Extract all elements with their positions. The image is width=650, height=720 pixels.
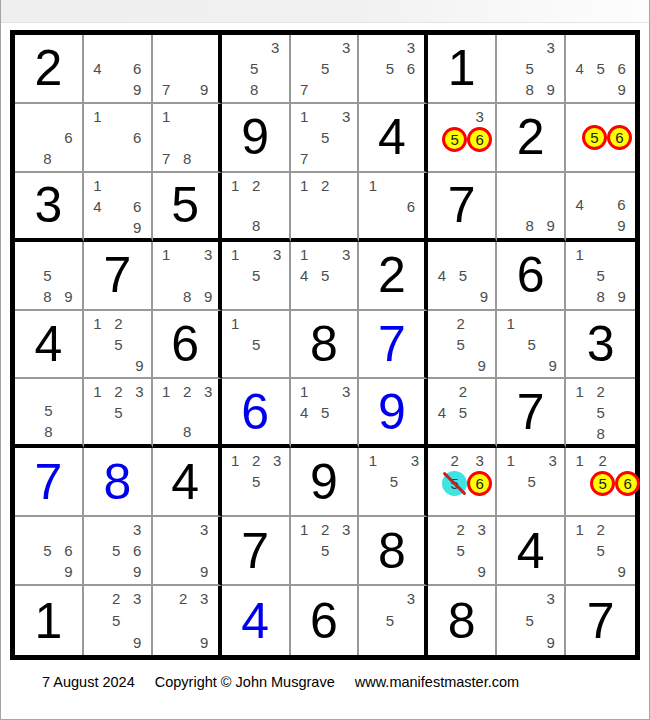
cell-r2c3[interactable]: 178 <box>153 104 222 173</box>
candidate-6: 6 <box>58 127 79 148</box>
candidate-3: 3 <box>336 106 357 127</box>
candidate-grid: 35 <box>359 586 424 655</box>
candidate-2: 2 <box>450 519 471 540</box>
candidate-grid: 469 <box>84 35 151 102</box>
given-digit: 4 <box>35 319 63 369</box>
cell-r6c6[interactable]: 9 <box>359 379 428 448</box>
candidate-1: 1 <box>294 175 315 196</box>
cell-r3c8[interactable]: 89 <box>497 173 566 242</box>
candidate-9: 9 <box>611 79 632 100</box>
candidate-6: 6 <box>127 540 148 561</box>
candidate-4: 4 <box>87 58 108 79</box>
solved-digit: 8 <box>103 457 131 507</box>
candidate-5: 5 <box>450 540 471 561</box>
candidate-8: 8 <box>177 286 198 307</box>
candidate-grid: 135 <box>222 242 289 309</box>
candidate-9: 9 <box>471 355 492 376</box>
candidate-1: 1 <box>156 381 177 402</box>
candidate-grid: 459 <box>428 242 495 309</box>
cell-r4c5[interactable]: 1345 <box>291 242 360 311</box>
candidate-1: 1 <box>87 175 108 196</box>
candidate-grid: 1259 <box>84 311 151 378</box>
candidate-5: 5 <box>383 471 404 492</box>
candidate-grid: 135 <box>359 448 424 515</box>
candidate-9: 9 <box>611 286 632 307</box>
solved-digit: 7 <box>378 319 406 369</box>
cell-r6c1[interactable]: 58 <box>15 379 84 448</box>
cell-r4c1[interactable]: 589 <box>15 242 84 311</box>
cell-r1c2[interactable]: 469 <box>84 35 153 104</box>
candidate-grid: 3589 <box>497 35 564 102</box>
cell-r5c8[interactable]: 159 <box>497 311 566 380</box>
candidate-8: 8 <box>244 79 265 100</box>
cell-r8c5[interactable]: 1235 <box>291 517 360 586</box>
cell-r7c8[interactable]: 135 <box>497 448 566 517</box>
candidate-6-yellow: 6 <box>467 471 492 496</box>
cell-r2c4[interactable]: 9 <box>222 104 291 173</box>
candidate-5: 5 <box>315 265 336 286</box>
given-digit: 3 <box>35 180 63 230</box>
candidate-5: 5 <box>106 540 127 561</box>
cell-r6c8[interactable]: 7 <box>497 379 566 448</box>
cell-r4c3[interactable]: 1389 <box>153 242 222 311</box>
candidate-6-yellow: 6 <box>467 127 492 152</box>
cell-r2c7[interactable]: 356 <box>428 104 497 173</box>
given-digit: 7 <box>448 180 476 230</box>
given-digit: 7 <box>241 526 269 576</box>
candidate-2: 2 <box>173 588 194 609</box>
cell-r9c1[interactable]: 1 <box>15 586 84 655</box>
cell-r6c5[interactable]: 1345 <box>291 379 360 448</box>
candidate-5: 5 <box>37 265 58 286</box>
cell-r9c9[interactable]: 7 <box>566 586 635 655</box>
candidate-1: 1 <box>569 244 590 265</box>
candidate-grid: 159 <box>497 311 564 378</box>
given-digit: 7 <box>517 387 545 437</box>
candidate-grid: 135 <box>497 448 564 515</box>
candidate-5: 5 <box>519 58 540 79</box>
candidate-9: 9 <box>611 215 632 236</box>
candidate-1: 1 <box>225 313 246 334</box>
candidate-grid: 3569 <box>84 517 151 584</box>
cell-r6c2[interactable]: 1235 <box>84 379 153 448</box>
candidate-8: 8 <box>177 148 198 169</box>
candidate-9: 9 <box>540 79 561 100</box>
given-digit: 2 <box>35 43 63 93</box>
candidate-1: 1 <box>569 381 590 402</box>
candidate-8: 8 <box>590 286 611 307</box>
candidate-5: 5 <box>108 334 129 355</box>
candidate-5: 5 <box>590 58 611 79</box>
candidate-6: 6 <box>400 196 421 217</box>
footer-copyright: Copyright © John Musgrave <box>155 674 335 690</box>
candidate-2: 2 <box>315 175 336 196</box>
candidate-2: 2 <box>590 381 611 402</box>
candidate-grid: 39 <box>153 517 218 584</box>
candidate-grid: 12 <box>291 173 358 238</box>
solved-digit: 4 <box>241 596 269 646</box>
given-digit: 9 <box>310 457 338 507</box>
candidate-grid: 1238 <box>153 379 218 444</box>
cell-r7c9[interactable]: 1256 <box>566 448 635 517</box>
candidate-3: 3 <box>267 450 288 471</box>
candidate-grid: 68 <box>15 104 82 171</box>
candidate-6: 6 <box>58 540 79 561</box>
candidate-8: 8 <box>38 421 59 442</box>
candidate-2: 2 <box>177 381 198 402</box>
candidate-6: 6 <box>127 196 148 217</box>
candidate-8: 8 <box>519 79 540 100</box>
candidate-grid: 15 <box>222 311 289 378</box>
candidate-1: 1 <box>87 381 108 402</box>
candidate-5-yellow: 5 <box>442 127 467 152</box>
given-digit: 6 <box>517 250 545 300</box>
solved-digit: 7 <box>35 457 63 507</box>
cell-r2c5[interactable]: 1357 <box>291 104 360 173</box>
given-digit: 6 <box>171 319 199 369</box>
candidate-grid: 79 <box>153 35 218 102</box>
candidate-3: 3 <box>469 450 490 471</box>
candidate-grid: 1235 <box>222 448 289 515</box>
cell-r6c7[interactable]: 245 <box>428 379 497 448</box>
candidate-3: 3 <box>265 37 286 58</box>
candidate-3: 3 <box>198 381 219 402</box>
candidate-5: 5 <box>315 58 336 79</box>
candidate-7: 7 <box>156 79 177 100</box>
given-digit: 4 <box>378 112 406 162</box>
candidate-7: 7 <box>294 148 315 169</box>
cell-r8c4[interactable]: 7 <box>222 517 291 586</box>
candidate-9: 9 <box>58 561 79 582</box>
given-digit: 8 <box>378 526 406 576</box>
candidate-6: 6 <box>611 194 632 215</box>
cell-r5c4[interactable]: 15 <box>222 311 291 380</box>
cell-r1c8[interactable]: 3589 <box>497 35 566 104</box>
candidate-1: 1 <box>156 244 177 265</box>
cell-r5c7[interactable]: 259 <box>428 311 497 380</box>
cell-r4c2[interactable]: 7 <box>84 242 153 311</box>
candidate-grid: 245 <box>428 379 495 444</box>
candidate-2: 2 <box>246 175 267 196</box>
candidate-grid: 56 <box>566 104 635 171</box>
candidate-6: 6 <box>127 58 148 79</box>
cell-r7c6[interactable]: 135 <box>359 448 428 517</box>
candidate-1: 1 <box>294 381 315 402</box>
candidate-5: 5 <box>379 58 400 79</box>
cell-r2c9[interactable]: 56 <box>566 104 635 173</box>
candidate-5: 5 <box>246 265 267 286</box>
cell-r2c8[interactable]: 2 <box>497 104 566 173</box>
candidate-1: 1 <box>500 313 521 334</box>
candidate-grid: 589 <box>15 242 82 309</box>
candidate-9: 9 <box>611 561 632 582</box>
cell-r7c4[interactable]: 1235 <box>222 448 291 517</box>
candidate-6-yellow: 6 <box>615 471 640 496</box>
candidate-9: 9 <box>127 561 148 582</box>
cell-r7c3[interactable]: 4 <box>153 448 222 517</box>
footer-website[interactable]: www.manifestmaster.com <box>355 674 519 690</box>
given-digit: 5 <box>171 180 199 230</box>
candidate-5: 5 <box>246 334 267 355</box>
candidate-8: 8 <box>519 215 540 236</box>
given-digit: 8 <box>310 319 338 369</box>
candidate-3: 3 <box>542 450 563 471</box>
candidate-8: 8 <box>590 423 611 444</box>
cell-r1c7[interactable]: 1 <box>428 35 497 104</box>
candidate-5: 5 <box>521 334 542 355</box>
cell-r2c6[interactable]: 4 <box>359 104 428 173</box>
given-digit: 1 <box>35 596 63 646</box>
footer-date: 7 August 2024 <box>42 674 135 690</box>
given-digit: 7 <box>587 596 615 646</box>
candidate-5-cyan-strike: 5 <box>442 471 467 496</box>
candidate-2: 2 <box>590 519 611 540</box>
candidate-4: 4 <box>569 58 590 79</box>
candidate-5: 5 <box>315 540 336 561</box>
candidate-2: 2 <box>108 313 129 334</box>
candidate-9: 9 <box>58 286 79 307</box>
candidate-5: 5 <box>315 402 336 423</box>
candidate-3: 3 <box>336 37 357 58</box>
candidate-5-yellow: 5 <box>582 125 607 150</box>
given-digit: 7 <box>103 250 131 300</box>
candidate-3: 3 <box>336 381 357 402</box>
cell-r4c4[interactable]: 135 <box>222 242 291 311</box>
candidate-5: 5 <box>519 610 540 631</box>
candidate-grid: 1589 <box>566 242 635 309</box>
cell-r1c5[interactable]: 357 <box>291 35 360 104</box>
candidate-9: 9 <box>127 632 148 653</box>
candidate-3: 3 <box>194 588 215 609</box>
cell-r9c7[interactable]: 8 <box>428 586 497 655</box>
cell-r4c6[interactable]: 2 <box>359 242 428 311</box>
candidate-grid: 239 <box>153 586 218 655</box>
candidate-5: 5 <box>38 400 59 421</box>
candidate-grid: 1258 <box>566 379 635 444</box>
candidate-2: 2 <box>246 450 267 471</box>
candidate-9: 9 <box>473 286 494 307</box>
candidate-7: 7 <box>156 148 177 169</box>
cell-r5c1[interactable]: 4 <box>15 311 84 380</box>
candidate-4: 4 <box>87 196 108 217</box>
cell-r1c9[interactable]: 4569 <box>566 35 635 104</box>
candidate-grid: 569 <box>15 517 82 584</box>
candidate-2: 2 <box>106 588 127 609</box>
cell-r9c8[interactable]: 359 <box>497 586 566 655</box>
candidate-4: 4 <box>294 402 315 423</box>
cell-r8c2[interactable]: 3569 <box>84 517 153 586</box>
candidate-4: 4 <box>569 194 590 215</box>
cell-r3c1[interactable]: 3 <box>15 173 84 242</box>
candidate-5: 5 <box>521 471 542 492</box>
candidate-grid: 469 <box>566 173 635 238</box>
candidate-grid: 2359 <box>428 517 495 584</box>
candidate-3: 3 <box>336 519 357 540</box>
candidate-4: 4 <box>431 402 452 423</box>
candidate-1: 1 <box>294 519 315 540</box>
candidate-grid: 128 <box>222 173 289 238</box>
candidate-grid: 2359 <box>84 586 151 655</box>
cell-r7c1[interactable]: 7 <box>15 448 84 517</box>
given-digit: 3 <box>587 319 615 369</box>
candidate-5: 5 <box>37 540 58 561</box>
candidate-1: 1 <box>569 450 590 471</box>
candidate-grid: 1345 <box>291 242 358 309</box>
candidate-1: 1 <box>569 519 590 540</box>
candidate-4: 4 <box>294 265 315 286</box>
given-digit: 2 <box>517 112 545 162</box>
candidate-9: 9 <box>471 561 492 582</box>
candidate-grid: 1259 <box>566 517 635 584</box>
candidate-5: 5 <box>450 334 471 355</box>
candidate-1: 1 <box>294 244 315 265</box>
cell-r9c5[interactable]: 6 <box>291 586 360 655</box>
cell-r5c3[interactable]: 6 <box>153 311 222 380</box>
candidate-grid: 1357 <box>291 104 358 171</box>
candidate-grid: 1345 <box>291 379 358 444</box>
given-digit: 1 <box>448 43 476 93</box>
candidate-5: 5 <box>590 265 611 286</box>
candidate-2: 2 <box>315 519 336 540</box>
candidate-9: 9 <box>194 79 215 100</box>
sudoku-board: 2469793583573561358945696816178913574356… <box>10 30 640 660</box>
candidate-3: 3 <box>540 588 561 609</box>
given-digit: 6 <box>310 596 338 646</box>
cell-r2c2[interactable]: 16 <box>84 104 153 173</box>
candidate-6: 6 <box>611 58 632 79</box>
candidate-3: 3 <box>336 244 357 265</box>
cell-r4c7[interactable]: 459 <box>428 242 497 311</box>
candidate-9: 9 <box>540 215 561 236</box>
candidate-grid: 1469 <box>84 173 151 238</box>
cell-r8c3[interactable]: 39 <box>153 517 222 586</box>
cell-r5c6[interactable]: 7 <box>359 311 428 380</box>
cell-r1c6[interactable]: 356 <box>359 35 428 104</box>
candidate-8: 8 <box>37 148 58 169</box>
candidate-grid: 356 <box>428 104 495 171</box>
cell-r3c5[interactable]: 12 <box>291 173 360 242</box>
cell-r9c6[interactable]: 35 <box>359 586 428 655</box>
cell-r9c4[interactable]: 4 <box>222 586 291 655</box>
candidate-grid: 58 <box>15 379 82 444</box>
candidate-2: 2 <box>592 450 613 471</box>
candidate-3: 3 <box>194 519 215 540</box>
candidate-grid: 1235 <box>84 379 151 444</box>
cell-r5c9[interactable]: 3 <box>566 311 635 380</box>
cell-r9c2[interactable]: 2359 <box>84 586 153 655</box>
cell-r3c6[interactable]: 16 <box>359 173 428 242</box>
candidate-9: 9 <box>129 355 150 376</box>
cell-r9c3[interactable]: 239 <box>153 586 222 655</box>
candidate-1: 1 <box>87 106 108 127</box>
candidate-9: 9 <box>127 217 148 238</box>
cell-r8c1[interactable]: 569 <box>15 517 84 586</box>
candidate-2: 2 <box>108 381 129 402</box>
candidate-6: 6 <box>127 127 148 148</box>
candidate-9: 9 <box>127 79 148 100</box>
candidate-5: 5 <box>246 471 267 492</box>
candidate-grid: 1389 <box>153 242 218 309</box>
candidate-2: 2 <box>452 381 473 402</box>
candidate-3: 3 <box>129 381 150 402</box>
candidate-5: 5 <box>108 402 129 423</box>
candidate-6: 6 <box>400 58 421 79</box>
cell-r3c9[interactable]: 469 <box>566 173 635 242</box>
cell-r6c3[interactable]: 1238 <box>153 379 222 448</box>
candidate-1: 1 <box>225 175 246 196</box>
candidate-5: 5 <box>315 127 336 148</box>
cell-r3c7[interactable]: 7 <box>428 173 497 242</box>
cell-r6c9[interactable]: 1258 <box>566 379 635 448</box>
candidate-3: 3 <box>127 588 148 609</box>
cell-r5c2[interactable]: 1259 <box>84 311 153 380</box>
candidate-grid: 259 <box>428 311 495 378</box>
candidate-2: 2 <box>444 450 465 471</box>
candidate-4: 4 <box>431 265 452 286</box>
candidate-1: 1 <box>225 450 246 471</box>
cell-r8c9[interactable]: 1259 <box>566 517 635 586</box>
cell-r1c4[interactable]: 358 <box>222 35 291 104</box>
candidate-grid: 1235 <box>291 517 358 584</box>
candidate-9: 9 <box>194 561 215 582</box>
cell-r8c7[interactable]: 2359 <box>428 517 497 586</box>
cell-r4c9[interactable]: 1589 <box>566 242 635 311</box>
candidate-3: 3 <box>198 244 219 265</box>
candidate-1: 1 <box>500 450 521 471</box>
cell-r7c2[interactable]: 8 <box>84 448 153 517</box>
candidate-8: 8 <box>37 286 58 307</box>
given-digit: 9 <box>241 112 269 162</box>
candidate-grid: 178 <box>153 104 218 171</box>
cell-r3c2[interactable]: 1469 <box>84 173 153 242</box>
cell-r5c5[interactable]: 8 <box>291 311 360 380</box>
cell-r1c3[interactable]: 79 <box>153 35 222 104</box>
cell-r4c8[interactable]: 6 <box>497 242 566 311</box>
cell-r2c1[interactable]: 68 <box>15 104 84 173</box>
cell-r8c8[interactable]: 4 <box>497 517 566 586</box>
solved-digit: 6 <box>241 387 269 437</box>
candidate-grid: 357 <box>291 35 358 102</box>
candidate-9: 9 <box>542 355 563 376</box>
cell-r3c4[interactable]: 128 <box>222 173 291 242</box>
candidate-5: 5 <box>452 265 473 286</box>
candidate-1: 1 <box>362 450 383 471</box>
cell-r8c6[interactable]: 8 <box>359 517 428 586</box>
candidate-1: 1 <box>87 313 108 334</box>
cell-r7c5[interactable]: 9 <box>291 448 360 517</box>
candidate-8: 8 <box>177 421 198 442</box>
candidate-6-yellow: 6 <box>607 125 632 150</box>
candidate-5: 5 <box>590 540 611 561</box>
candidate-9: 9 <box>198 286 219 307</box>
cell-r3c3[interactable]: 5 <box>153 173 222 242</box>
candidate-3: 3 <box>404 450 425 471</box>
candidate-5: 5 <box>244 58 265 79</box>
candidate-1: 1 <box>156 106 177 127</box>
cell-r6c4[interactable]: 6 <box>222 379 291 448</box>
cell-r7c7[interactable]: 2356 <box>428 448 497 517</box>
candidate-3: 3 <box>469 106 490 127</box>
candidate-grid: 4569 <box>566 35 635 102</box>
given-digit: 4 <box>171 457 199 507</box>
candidate-3: 3 <box>540 37 561 58</box>
candidate-grid: 89 <box>497 173 564 238</box>
candidate-3: 3 <box>400 588 421 609</box>
solved-digit: 9 <box>378 387 406 437</box>
cell-r1c1[interactable]: 2 <box>15 35 84 104</box>
candidate-9: 9 <box>540 632 561 653</box>
candidate-9: 9 <box>194 632 215 653</box>
